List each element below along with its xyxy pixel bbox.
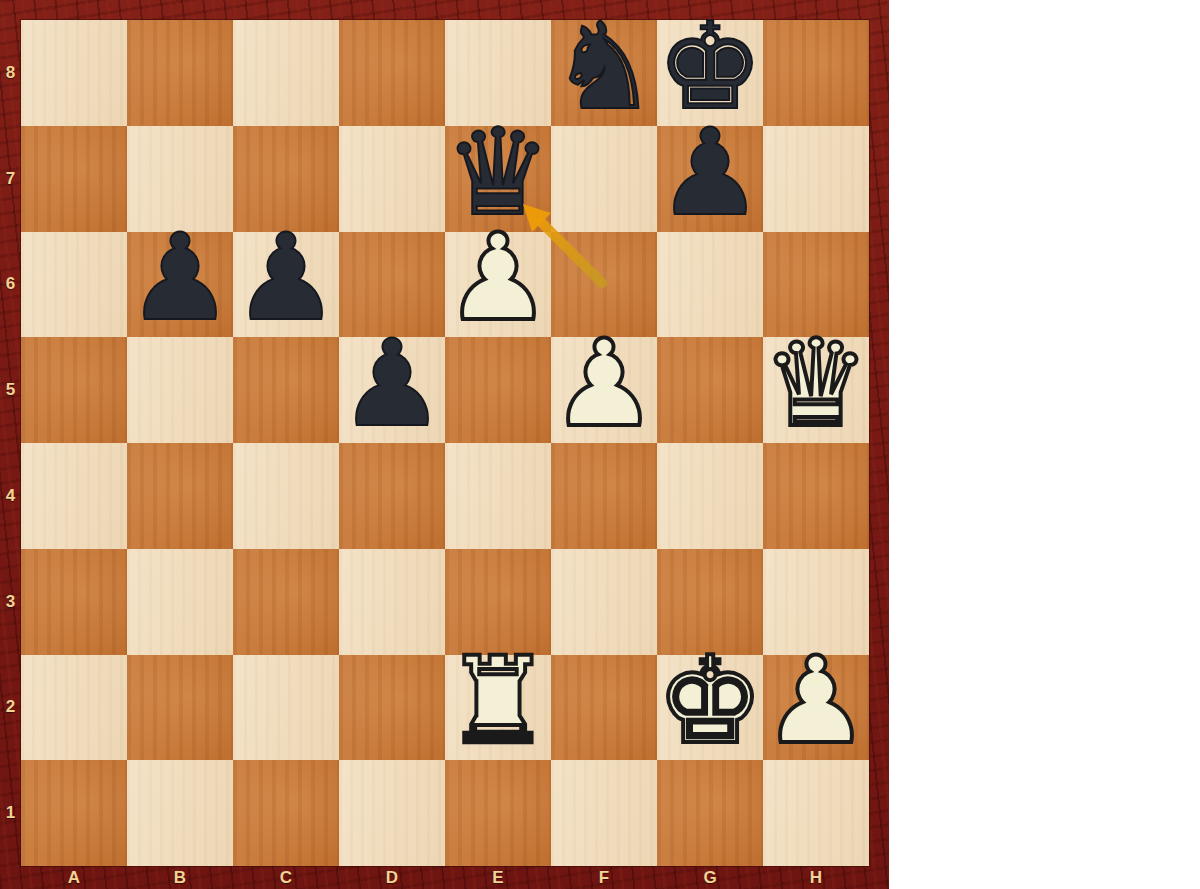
square-c8[interactable] — [233, 20, 339, 126]
square-a1[interactable] — [21, 760, 127, 866]
square-b3[interactable] — [127, 549, 233, 655]
square-a2[interactable] — [21, 655, 127, 761]
square-g4[interactable] — [657, 443, 763, 549]
square-c6[interactable]: ♟ — [233, 232, 339, 338]
black-pawn-c6[interactable]: ♟ — [232, 218, 340, 338]
square-c1[interactable] — [233, 760, 339, 866]
rank-label-1: 1 — [0, 760, 21, 866]
square-c5[interactable] — [233, 337, 339, 443]
black-knight-f8[interactable]: ♞ — [550, 7, 658, 127]
file-label-h: H — [763, 866, 869, 889]
square-g7[interactable]: ♟ — [657, 126, 763, 232]
white-queen-h5[interactable]: ♛ — [762, 324, 870, 444]
square-c3[interactable] — [233, 549, 339, 655]
square-a7[interactable] — [21, 126, 127, 232]
rank-label-6: 6 — [0, 232, 21, 338]
square-d7[interactable] — [339, 126, 445, 232]
square-f8[interactable]: ♞ — [551, 20, 657, 126]
square-d5[interactable]: ♟ — [339, 337, 445, 443]
black-pawn-d5[interactable]: ♟ — [338, 324, 446, 444]
file-label-b: B — [127, 866, 233, 889]
square-f3[interactable] — [551, 549, 657, 655]
square-c4[interactable] — [233, 443, 339, 549]
square-e4[interactable] — [445, 443, 551, 549]
square-b2[interactable] — [127, 655, 233, 761]
square-b4[interactable] — [127, 443, 233, 549]
white-rook-e2[interactable]: ♜ — [444, 641, 552, 761]
white-pawn-e6[interactable]: ♟ — [444, 218, 552, 338]
square-a4[interactable] — [21, 443, 127, 549]
square-h2[interactable]: ♟ — [763, 655, 869, 761]
black-pawn-b6[interactable]: ♟ — [126, 218, 234, 338]
square-d1[interactable] — [339, 760, 445, 866]
file-label-f: F — [551, 866, 657, 889]
square-e2[interactable]: ♜ — [445, 655, 551, 761]
square-g6[interactable] — [657, 232, 763, 338]
rank-label-7: 7 — [0, 126, 21, 232]
square-a3[interactable] — [21, 549, 127, 655]
square-f1[interactable] — [551, 760, 657, 866]
page: ♞♚♛♟♟♟♟♟♟♛♜♚♟ 87654321 ABCDEFGH — [0, 0, 1200, 889]
square-e1[interactable] — [445, 760, 551, 866]
square-b5[interactable] — [127, 337, 233, 443]
square-e5[interactable] — [445, 337, 551, 443]
rank-labels: 87654321 — [0, 20, 21, 866]
rank-label-8: 8 — [0, 20, 21, 126]
square-f7[interactable] — [551, 126, 657, 232]
square-e6[interactable]: ♟ — [445, 232, 551, 338]
square-a6[interactable] — [21, 232, 127, 338]
file-label-d: D — [339, 866, 445, 889]
square-f2[interactable] — [551, 655, 657, 761]
square-d4[interactable] — [339, 443, 445, 549]
square-d3[interactable] — [339, 549, 445, 655]
chessboard: ♞♚♛♟♟♟♟♟♟♛♜♚♟ 87654321 ABCDEFGH — [0, 0, 889, 889]
square-h4[interactable] — [763, 443, 869, 549]
square-b1[interactable] — [127, 760, 233, 866]
file-label-g: G — [657, 866, 763, 889]
file-label-c: C — [233, 866, 339, 889]
square-b6[interactable]: ♟ — [127, 232, 233, 338]
square-h7[interactable] — [763, 126, 869, 232]
white-pawn-h2[interactable]: ♟ — [762, 641, 870, 761]
square-d8[interactable] — [339, 20, 445, 126]
square-h8[interactable] — [763, 20, 869, 126]
rank-label-5: 5 — [0, 337, 21, 443]
square-b8[interactable] — [127, 20, 233, 126]
square-g5[interactable] — [657, 337, 763, 443]
square-g2[interactable]: ♚ — [657, 655, 763, 761]
square-a8[interactable] — [21, 20, 127, 126]
square-h1[interactable] — [763, 760, 869, 866]
square-g1[interactable] — [657, 760, 763, 866]
square-c2[interactable] — [233, 655, 339, 761]
file-label-e: E — [445, 866, 551, 889]
rank-label-3: 3 — [0, 549, 21, 655]
rank-label-2: 2 — [0, 655, 21, 761]
rank-label-4: 4 — [0, 443, 21, 549]
white-king-g2[interactable]: ♚ — [656, 641, 764, 761]
file-label-a: A — [21, 866, 127, 889]
square-h5[interactable]: ♛ — [763, 337, 869, 443]
square-f5[interactable]: ♟ — [551, 337, 657, 443]
square-f4[interactable] — [551, 443, 657, 549]
board-grid: ♞♚♛♟♟♟♟♟♟♛♜♚♟ — [21, 20, 869, 866]
file-labels: ABCDEFGH — [21, 866, 869, 889]
square-a5[interactable] — [21, 337, 127, 443]
black-pawn-g7[interactable]: ♟ — [656, 113, 764, 233]
white-pawn-f5[interactable]: ♟ — [550, 324, 658, 444]
square-d2[interactable] — [339, 655, 445, 761]
